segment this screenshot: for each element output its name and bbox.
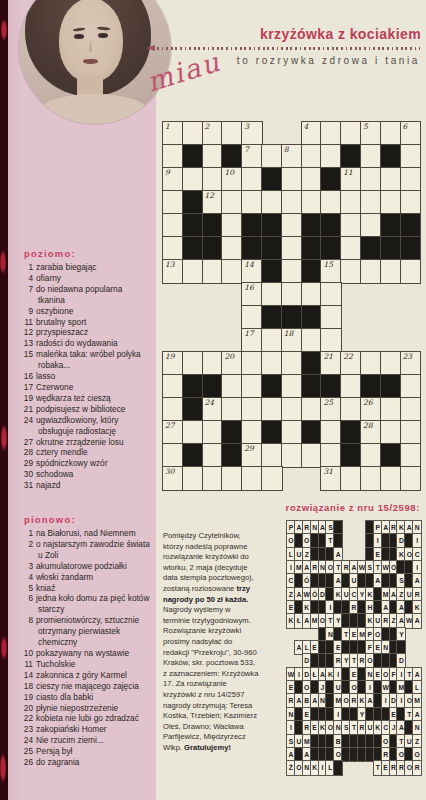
clue-across-12: 12przyspieszacz bbox=[18, 327, 150, 338]
cell-r12c7[interactable] bbox=[282, 375, 302, 398]
solution-cell-r17c17: Z bbox=[413, 735, 421, 748]
clue-number: 2 bbox=[18, 539, 36, 550]
cell-r15c9[interactable] bbox=[321, 444, 341, 467]
solution-cell-r4c16 bbox=[405, 561, 413, 574]
cell-r5c7[interactable] bbox=[282, 214, 302, 237]
solution-cell-r1c4: N bbox=[311, 521, 319, 534]
clue-down-1: 1na Białorusi, nad Niemnem bbox=[18, 528, 150, 539]
clue-text: Nie rzucim ziemi... bbox=[36, 735, 104, 745]
cell-r11c8 bbox=[302, 352, 322, 375]
cell-r2c13[interactable] bbox=[401, 145, 421, 168]
solution-cell-r19c6: L bbox=[326, 761, 334, 774]
solution-cell-r7c17: K bbox=[413, 601, 421, 614]
cell-r5c10[interactable] bbox=[341, 214, 361, 237]
solution-cell-r16c4: E bbox=[311, 721, 319, 734]
grid-number-28: 28 bbox=[363, 421, 373, 430]
cell-r1c9[interactable] bbox=[321, 122, 341, 145]
solution-cell-r5c16 bbox=[405, 574, 413, 587]
clue-text: cieszy nie mającego zajęcia bbox=[36, 681, 139, 691]
solution-cell-r10c7: E bbox=[334, 641, 342, 654]
solution-cell-r2c9 bbox=[350, 534, 358, 547]
clue-text: jedna koło domu za pięć kotów starczy bbox=[36, 593, 149, 614]
cell-r15c1[interactable] bbox=[163, 444, 183, 467]
cell-r14c13[interactable] bbox=[401, 421, 421, 444]
cell-r2c9[interactable] bbox=[321, 145, 341, 168]
cell-r8c7[interactable] bbox=[282, 283, 302, 306]
cell-r11c3[interactable] bbox=[203, 352, 223, 375]
cell-r4c6[interactable] bbox=[262, 191, 282, 214]
cell-r13c3[interactable]: 24 bbox=[203, 398, 223, 421]
cell-r8c4 bbox=[222, 283, 242, 306]
cell-r3c11[interactable] bbox=[361, 168, 381, 191]
cell-r6c7[interactable] bbox=[282, 237, 302, 260]
solution-cell-r15c7: I bbox=[334, 708, 342, 721]
solution-cell-r14c3: B bbox=[303, 694, 311, 707]
solution-cell-r11c14 bbox=[390, 654, 398, 667]
cell-r10c8[interactable] bbox=[302, 329, 322, 352]
cell-r10c13 bbox=[401, 329, 421, 352]
clue-text: okrutne zrządzenie losu bbox=[36, 437, 124, 447]
solution-cell-r9c5 bbox=[319, 628, 327, 641]
solution-cell-r7c6: I bbox=[326, 601, 334, 614]
cell-r6c6 bbox=[262, 237, 282, 260]
cell-r11c13[interactable]: 23 bbox=[401, 352, 421, 375]
solution-cell-r19c5: I bbox=[319, 761, 327, 774]
grid-number-12: 12 bbox=[205, 191, 215, 200]
solution-cell-r12c13: O bbox=[382, 668, 390, 681]
cell-r4c1[interactable] bbox=[163, 191, 183, 214]
grid-number-2: 2 bbox=[205, 122, 210, 131]
cell-r3c5[interactable] bbox=[242, 168, 262, 191]
solution-cell-r3c3: Z bbox=[303, 548, 311, 561]
cell-r7c1[interactable]: 13 bbox=[163, 260, 183, 283]
solution-cell-r4c5: N bbox=[319, 561, 327, 574]
cell-r13c10[interactable] bbox=[341, 398, 361, 421]
cell-r1c10[interactable] bbox=[341, 122, 361, 145]
solution-cell-r5c14 bbox=[390, 574, 398, 587]
cell-r16c11[interactable] bbox=[361, 467, 381, 490]
clue-number: 5 bbox=[18, 583, 36, 594]
clue-text: promieniotwórczy, sztucznie otrzymany pi… bbox=[36, 615, 139, 647]
solution-cell-r16c2 bbox=[295, 721, 303, 734]
solution-cell-r10c2: A bbox=[295, 641, 303, 654]
cell-r11c5[interactable] bbox=[242, 352, 262, 375]
cell-r16c5[interactable] bbox=[242, 467, 262, 490]
cell-r13c4[interactable] bbox=[222, 398, 242, 421]
solution-cell-r7c7 bbox=[334, 601, 342, 614]
cell-r6c4[interactable] bbox=[222, 237, 242, 260]
cell-r1c4[interactable] bbox=[222, 122, 242, 145]
clue-number: 28 bbox=[18, 447, 36, 458]
solution-cell-r8c14: Z bbox=[390, 614, 398, 627]
cell-r4c10[interactable] bbox=[341, 191, 361, 214]
solution-cell-r16c13: C bbox=[382, 721, 390, 734]
cell-r15c5[interactable]: 29 bbox=[242, 444, 262, 467]
cell-r12c1[interactable] bbox=[163, 375, 183, 398]
cell-r2c8[interactable] bbox=[302, 145, 322, 168]
clue-number: 30 bbox=[18, 469, 36, 480]
clue-number: 15 bbox=[18, 349, 36, 360]
solution-cell-r6c11: K bbox=[366, 588, 374, 601]
cell-r11c12[interactable] bbox=[381, 352, 401, 375]
clue-text: zakonnica z góry Karmel bbox=[36, 670, 127, 680]
solution-cell-r11c8: Y bbox=[342, 654, 350, 667]
cell-r7c9[interactable]: 15 bbox=[321, 260, 341, 283]
cell-r16c9[interactable]: 31 bbox=[321, 467, 341, 490]
grid-number-20: 20 bbox=[224, 352, 234, 361]
solution-cell-r12c17: A bbox=[413, 668, 421, 681]
clue-text: zarabia biegając bbox=[36, 262, 96, 272]
solution-cell-r6c14: A bbox=[390, 588, 398, 601]
page-title: krzyżówka z kociakiem bbox=[260, 26, 421, 42]
cell-r2c7[interactable]: 8 bbox=[282, 145, 302, 168]
solution-cell-r12c2: I bbox=[295, 668, 303, 681]
cell-r15c10 bbox=[341, 444, 361, 467]
cell-r6c3 bbox=[203, 237, 223, 260]
cell-r8c9[interactable] bbox=[321, 283, 341, 306]
solution-cell-r12c10 bbox=[358, 668, 366, 681]
cell-r12c4[interactable] bbox=[222, 375, 242, 398]
cell-r12c13[interactable] bbox=[401, 375, 421, 398]
cell-r15c3[interactable] bbox=[203, 444, 223, 467]
solution-cell-r19c15: R bbox=[397, 761, 405, 774]
cell-r3c10[interactable]: 11 bbox=[341, 168, 361, 191]
solution-cell-r5c12: A bbox=[374, 574, 382, 587]
cell-r11c6[interactable] bbox=[262, 352, 282, 375]
down-clues-block: pionowo: 1na Białorusi, nad Niemnem2o na… bbox=[18, 514, 150, 768]
cell-r16c13[interactable] bbox=[401, 467, 421, 490]
solution-cell-r14c6 bbox=[326, 694, 334, 707]
solution-cell-r3c15: K bbox=[397, 548, 405, 561]
clue-number: 1 bbox=[18, 528, 36, 539]
clue-down-23: 23zakopiański Homer bbox=[18, 724, 150, 735]
cell-r14c7[interactable] bbox=[282, 421, 302, 444]
clue-number: 27 bbox=[18, 437, 36, 448]
cell-r4c11[interactable] bbox=[361, 191, 381, 214]
solution-cell-r2c2 bbox=[295, 534, 303, 547]
cell-r9c9[interactable] bbox=[321, 306, 341, 329]
cell-r14c3[interactable] bbox=[203, 421, 223, 444]
solution-cell-r3c1: L bbox=[287, 548, 295, 561]
cell-r15c11[interactable] bbox=[361, 444, 381, 467]
solution-cell-r16c17: N bbox=[413, 721, 421, 734]
solution-cell-r4c1: I bbox=[287, 561, 295, 574]
solution-cell-r14c13: I bbox=[382, 694, 390, 707]
cell-r15c8[interactable] bbox=[302, 444, 322, 467]
cell-r7c10[interactable] bbox=[341, 260, 361, 283]
cell-r14c1[interactable]: 27 bbox=[163, 421, 183, 444]
clue-number: 31 bbox=[18, 480, 36, 491]
cell-r7c12[interactable] bbox=[381, 260, 401, 283]
cell-r8c5[interactable]: 16 bbox=[242, 283, 262, 306]
solution-cell-r8c5: O bbox=[319, 614, 327, 627]
cell-r10c7[interactable]: 18 bbox=[282, 329, 302, 352]
cell-r8c10 bbox=[341, 283, 361, 306]
cell-r2c11[interactable] bbox=[361, 145, 381, 168]
cell-r15c7[interactable] bbox=[282, 444, 302, 467]
solution-cell-r17c10 bbox=[358, 735, 366, 748]
cell-r4c13[interactable] bbox=[401, 191, 421, 214]
solution-cell-r13c5: J bbox=[319, 681, 327, 694]
cell-r13c7[interactable] bbox=[282, 398, 302, 421]
solution-cell-r4c15 bbox=[397, 561, 405, 574]
solution-cell-r5c3: Ó bbox=[303, 574, 311, 587]
cell-r3c2[interactable] bbox=[183, 168, 203, 191]
cell-r11c2[interactable] bbox=[183, 352, 203, 375]
cell-r2c1[interactable] bbox=[163, 145, 183, 168]
cell-r7c3[interactable] bbox=[203, 260, 223, 283]
cell-r16c1[interactable]: 30 bbox=[163, 467, 183, 490]
cell-r4c3[interactable]: 12 bbox=[203, 191, 223, 214]
cell-r5c11[interactable] bbox=[361, 214, 381, 237]
cell-r3c7[interactable] bbox=[282, 168, 302, 191]
solution-cell-r5c6 bbox=[326, 574, 334, 587]
solution-cell-r4c8: R bbox=[342, 561, 350, 574]
cell-r11c10[interactable]: 22 bbox=[341, 352, 361, 375]
solution-cell-r9c8: T bbox=[342, 628, 350, 641]
cell-r1c13[interactable]: 6 bbox=[401, 122, 421, 145]
solution-cell-r17c12 bbox=[374, 735, 382, 748]
cell-r7c4[interactable] bbox=[222, 260, 242, 283]
cell-r13c1[interactable] bbox=[163, 398, 183, 421]
solution-cell-r17c13: O bbox=[382, 735, 390, 748]
cell-r15c13[interactable] bbox=[401, 444, 421, 467]
cell-r15c6[interactable] bbox=[262, 444, 282, 467]
solution-cell-r14c14: D bbox=[390, 694, 398, 707]
clue-number: 19 bbox=[18, 692, 36, 703]
cell-r3c4[interactable]: 10 bbox=[222, 168, 242, 191]
solution-cell-r1c11 bbox=[366, 521, 374, 534]
solution-cell-r6c7: K bbox=[334, 588, 342, 601]
solution-cell-r16c9: T bbox=[350, 721, 358, 734]
cell-r1c1[interactable]: 1 bbox=[163, 122, 183, 145]
clue-number: 22 bbox=[18, 713, 36, 724]
cell-r7c5[interactable]: 14 bbox=[242, 260, 262, 283]
solution-cell-r3c7: A bbox=[334, 548, 342, 561]
clue-text: podpisujesz w bibliotece bbox=[36, 404, 125, 414]
clue-number: 26 bbox=[18, 757, 36, 768]
clue-across-4: 4ofiarny bbox=[18, 273, 150, 284]
cell-r7c11[interactable] bbox=[361, 260, 381, 283]
cell-r4c4[interactable] bbox=[222, 191, 242, 214]
clue-down-26: 26do zagrania bbox=[18, 757, 150, 768]
cell-r9c4 bbox=[222, 306, 242, 329]
cell-r16c3[interactable] bbox=[203, 467, 223, 490]
cell-r1c12[interactable] bbox=[381, 122, 401, 145]
cell-r12c10[interactable] bbox=[341, 375, 361, 398]
cell-r10c9[interactable] bbox=[321, 329, 341, 352]
cell-r14c2[interactable] bbox=[183, 421, 203, 444]
cell-r11c9[interactable]: 21 bbox=[321, 352, 341, 375]
cell-r9c13 bbox=[401, 306, 421, 329]
clue-number: 21 bbox=[18, 404, 36, 415]
cell-r3c13[interactable] bbox=[401, 168, 421, 191]
clue-text: do niedawna popularna tkanina bbox=[36, 284, 122, 305]
cell-r11c7[interactable] bbox=[282, 352, 302, 375]
cell-r13c8[interactable] bbox=[302, 398, 322, 421]
cell-r1c2[interactable] bbox=[183, 122, 203, 145]
clue-across-30: 30schodowa bbox=[18, 469, 150, 480]
clue-number: 10 bbox=[18, 648, 36, 659]
solution-cell-r10c10 bbox=[358, 641, 366, 654]
solution-cell-r18c3: A bbox=[303, 748, 311, 761]
cell-r13c12[interactable] bbox=[381, 398, 401, 421]
solution-cell-r8c3: A bbox=[303, 614, 311, 627]
clue-text: na Białorusi, nad Niemnem bbox=[36, 528, 136, 538]
cell-r3c6 bbox=[262, 168, 282, 191]
cell-r3c3[interactable] bbox=[203, 168, 223, 191]
grid-number-30: 30 bbox=[165, 467, 175, 476]
clue-text: lasso bbox=[36, 371, 55, 381]
cell-r14c11[interactable]: 28 bbox=[361, 421, 381, 444]
solution-cell-r18c9 bbox=[350, 748, 358, 761]
cell-r16c6[interactable] bbox=[262, 467, 282, 490]
cell-r11c1[interactable]: 19 bbox=[163, 352, 183, 375]
cell-r5c8 bbox=[302, 214, 322, 237]
cell-r11c4[interactable]: 20 bbox=[222, 352, 242, 375]
clue-down-5: 5kniaź bbox=[18, 583, 150, 594]
cell-r1c11[interactable]: 5 bbox=[361, 122, 381, 145]
cell-r12c5[interactable] bbox=[242, 375, 262, 398]
solution-cell-r5c17: A bbox=[413, 574, 421, 587]
clue-text: pokazywany na wystawie bbox=[36, 648, 129, 658]
cell-r4c9[interactable] bbox=[321, 191, 341, 214]
cell-r13c13[interactable] bbox=[401, 398, 421, 421]
solution-cell-r3c5 bbox=[319, 548, 327, 561]
clue-text: Tucholskie bbox=[36, 659, 75, 669]
solution-cell-r18c13: R bbox=[382, 748, 390, 761]
cell-r5c1[interactable] bbox=[163, 214, 183, 237]
clue-text: zakopiański Homer bbox=[36, 724, 107, 734]
solution-cell-r19c13: E bbox=[382, 761, 390, 774]
solution-cell-r12c3: D bbox=[303, 668, 311, 681]
solution-cell-r10c11: F bbox=[366, 641, 374, 654]
solution-cell-r3c13 bbox=[382, 548, 390, 561]
solution-cell-r2c15: D bbox=[397, 534, 405, 547]
cell-r6c1[interactable] bbox=[163, 237, 183, 260]
clue-text: kobieta nie lubi go zdradzać bbox=[36, 713, 139, 723]
solution-cell-r1c17: N bbox=[413, 521, 421, 534]
solution-cell-r17c16: U bbox=[405, 735, 413, 748]
cell-r11c11[interactable] bbox=[361, 352, 381, 375]
solution-cell-r6c1: Z bbox=[287, 588, 295, 601]
cell-r4c12[interactable] bbox=[381, 191, 401, 214]
solution-cell-r18c5 bbox=[319, 748, 327, 761]
cell-r16c12[interactable] bbox=[381, 467, 401, 490]
solution-cell-r9c1 bbox=[287, 628, 295, 641]
solution-cell-r12c7: I bbox=[334, 668, 342, 681]
solution-cell-r16c16 bbox=[405, 721, 413, 734]
cell-r10c4 bbox=[222, 329, 242, 352]
solution-cell-r2c11 bbox=[366, 534, 374, 547]
grid-number-29: 29 bbox=[244, 444, 254, 453]
cell-r1c8[interactable]: 4 bbox=[302, 122, 322, 145]
cell-r7c13[interactable] bbox=[401, 260, 421, 283]
clue-down-11: 11Tucholskie bbox=[18, 659, 150, 670]
solution-cell-r15c1: N bbox=[287, 708, 295, 721]
cell-r3c1[interactable]: 9 bbox=[163, 168, 183, 191]
grid-number-27: 27 bbox=[165, 421, 175, 430]
solution-cell-r16c1: I bbox=[287, 721, 295, 734]
solution-cell-r12c4: Ł bbox=[311, 668, 319, 681]
clue-down-14: 14zakonnica z góry Karmel bbox=[18, 670, 150, 681]
solution-cell-r18c1: A bbox=[287, 748, 295, 761]
solution-cell-r11c9: T bbox=[350, 654, 358, 667]
cell-r2c5[interactable]: 7 bbox=[242, 145, 262, 168]
cell-r12c8 bbox=[302, 375, 322, 398]
cell-r2c3[interactable] bbox=[203, 145, 223, 168]
clue-number: 12 bbox=[18, 327, 36, 338]
cell-r3c12[interactable] bbox=[381, 168, 401, 191]
cell-r1c5[interactable]: 3 bbox=[242, 122, 262, 145]
cell-r13c6[interactable] bbox=[262, 398, 282, 421]
solution-cell-r6c3: W bbox=[303, 588, 311, 601]
solution-cell-r8c15: A bbox=[397, 614, 405, 627]
cell-r5c5 bbox=[242, 214, 262, 237]
cell-r6c10[interactable] bbox=[341, 237, 361, 260]
solution-cell-r19c3: N bbox=[303, 761, 311, 774]
cell-r10c6[interactable] bbox=[262, 329, 282, 352]
cell-r13c5[interactable] bbox=[242, 398, 262, 421]
solution-cell-r16c15: A bbox=[397, 721, 405, 734]
cell-r14c5[interactable] bbox=[242, 421, 262, 444]
cell-r13c11[interactable]: 26 bbox=[361, 398, 381, 421]
cell-r12c3 bbox=[203, 375, 223, 398]
cell-r14c12[interactable] bbox=[381, 421, 401, 444]
crossword-grid[interactable]: 1234567891011121314151617181920212223242… bbox=[163, 122, 420, 490]
cell-r10c5[interactable]: 17 bbox=[242, 329, 262, 352]
cell-r4c5[interactable] bbox=[242, 191, 262, 214]
solution-cell-r10c14 bbox=[390, 641, 398, 654]
cell-r5c4[interactable] bbox=[222, 214, 242, 237]
cell-r7c7[interactable] bbox=[282, 260, 302, 283]
cell-r3c8[interactable] bbox=[302, 168, 322, 191]
grid-number-26: 26 bbox=[363, 398, 373, 407]
solution-cell-r10c9 bbox=[350, 641, 358, 654]
cell-r1c3[interactable]: 2 bbox=[203, 122, 223, 145]
clue-number: 13 bbox=[18, 338, 36, 349]
solution-cell-r15c6 bbox=[326, 708, 334, 721]
solution-cell-r5c10 bbox=[358, 574, 366, 587]
contest-text: Nagrody wyślemy w terminie trzytygodniow… bbox=[163, 605, 258, 752]
solution-cell-r13c15: M bbox=[397, 681, 405, 694]
cell-r8c8[interactable] bbox=[302, 283, 322, 306]
cell-r7c8 bbox=[302, 260, 322, 283]
cell-r2c6[interactable] bbox=[262, 145, 282, 168]
solution-cell-r15c17: A bbox=[413, 708, 421, 721]
cell-r8c6[interactable] bbox=[262, 283, 282, 306]
cell-r16c10[interactable] bbox=[341, 467, 361, 490]
clue-number: 6 bbox=[18, 593, 36, 604]
cell-r4c7[interactable] bbox=[282, 191, 302, 214]
cell-r13c9[interactable]: 25 bbox=[321, 398, 341, 421]
cell-r9c8 bbox=[302, 306, 322, 329]
clue-number: 11 bbox=[18, 317, 36, 328]
cell-r16c4[interactable] bbox=[222, 467, 242, 490]
solution-cell-r14c2: A bbox=[295, 694, 303, 707]
cell-r16c2[interactable] bbox=[183, 467, 203, 490]
cell-r7c2[interactable] bbox=[183, 260, 203, 283]
solution-cell-r14c10: K bbox=[358, 694, 366, 707]
grid-number-3: 3 bbox=[244, 122, 249, 131]
cell-r9c5[interactable] bbox=[242, 306, 262, 329]
solution-cell-r17c4 bbox=[311, 735, 319, 748]
cell-r4c8[interactable] bbox=[302, 191, 322, 214]
solution-cell-r15c11 bbox=[366, 708, 374, 721]
cell-r14c9[interactable] bbox=[321, 421, 341, 444]
solution-cell-r1c12: P bbox=[374, 521, 382, 534]
clue-across-16: 16lasso bbox=[18, 371, 150, 382]
